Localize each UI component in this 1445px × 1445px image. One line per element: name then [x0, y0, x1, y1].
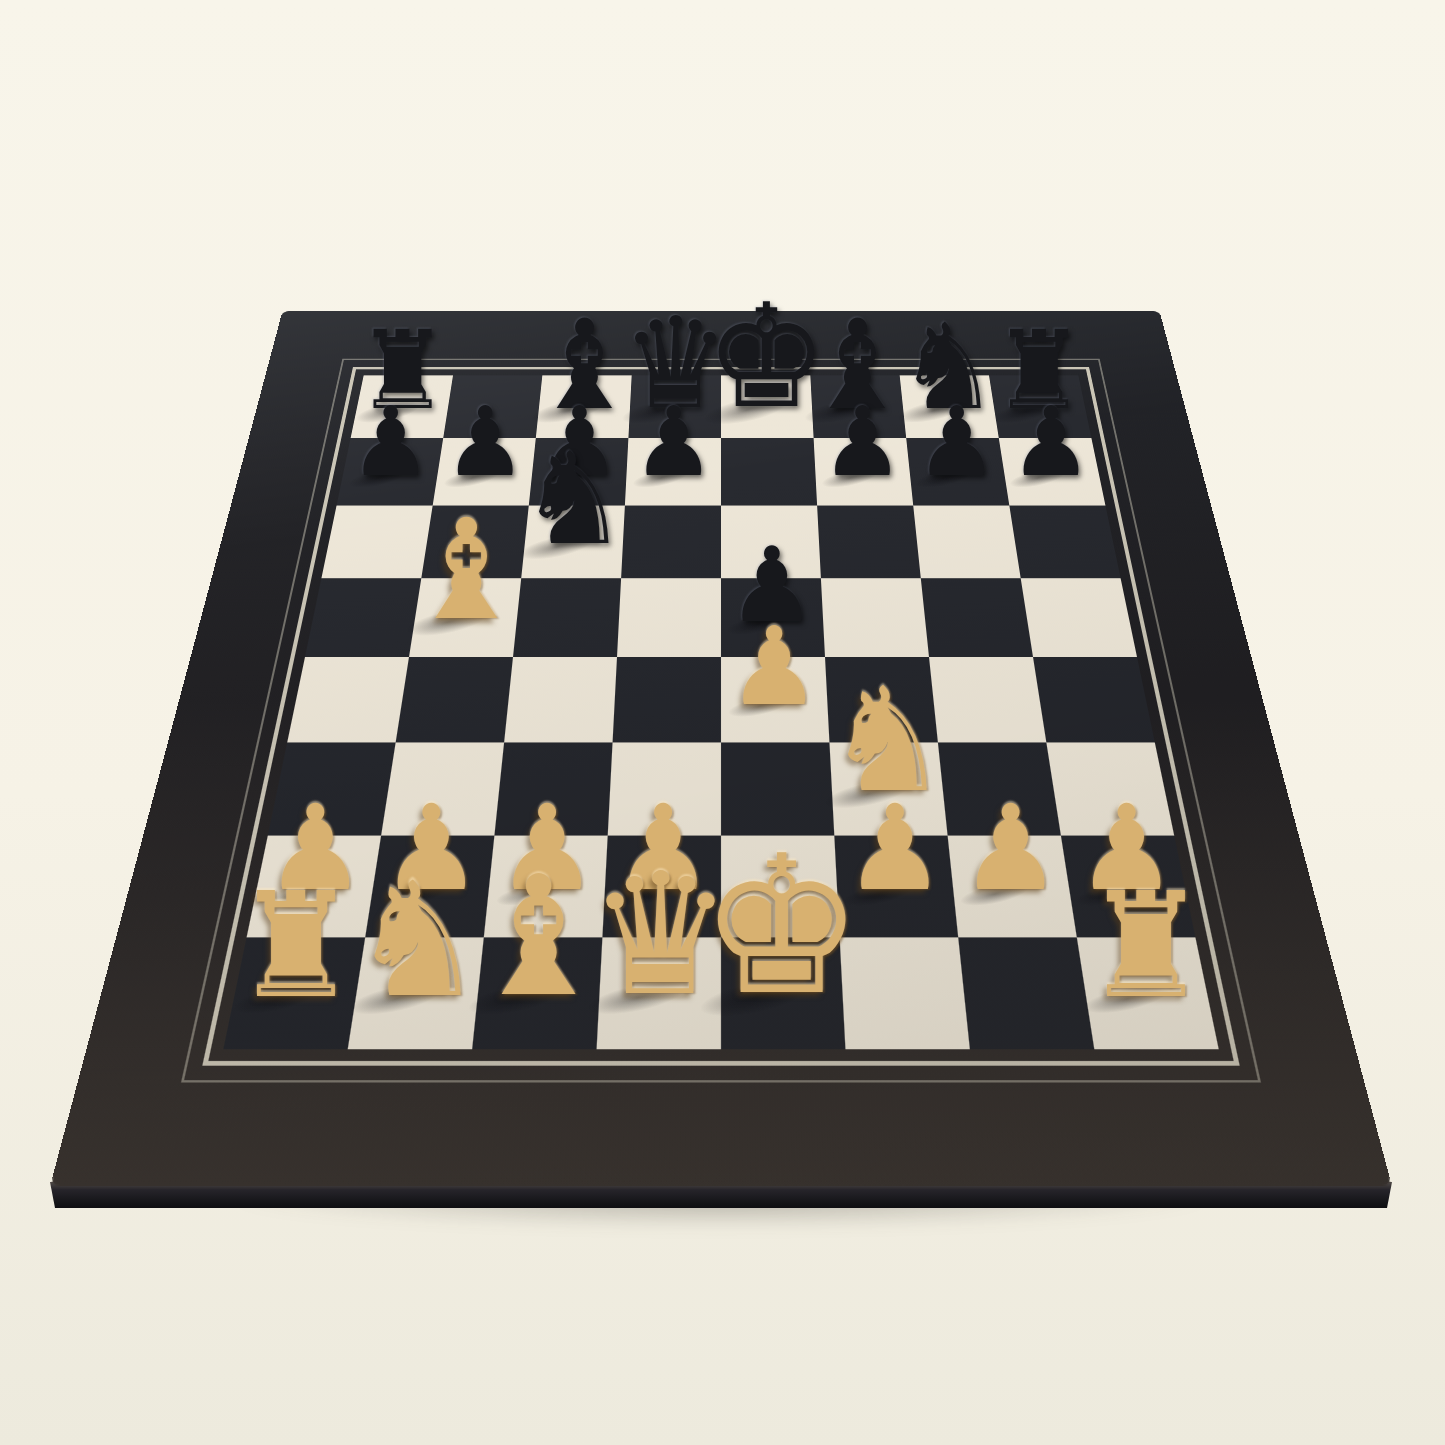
- square-e7: [721, 438, 817, 505]
- square-b7: [433, 438, 536, 505]
- square-a7: [337, 438, 444, 505]
- chessboard-product-photo: ♜♝♛♚♝♞♜♟♟♟♟♟♟♟♞♝♟♟♞♟♟♟♟♟♟♟♜♞♝♛♚♜: [0, 0, 1445, 1445]
- square-d2: [602, 836, 721, 938]
- square-b5: [409, 578, 521, 657]
- square-f4: [825, 657, 938, 742]
- square-a6: [321, 506, 432, 579]
- square-f7: [814, 438, 914, 505]
- square-b8: [443, 375, 542, 438]
- square-e4: [721, 657, 829, 742]
- square-f6: [817, 506, 921, 579]
- square-b2: [365, 836, 494, 938]
- square-a3: [268, 742, 396, 835]
- square-e2: [721, 836, 840, 938]
- square-b4: [396, 657, 513, 742]
- square-h7: [999, 438, 1106, 505]
- square-a2: [247, 836, 382, 938]
- square-f5: [821, 578, 929, 657]
- square-a8: [351, 375, 453, 438]
- square-h3: [1046, 742, 1174, 835]
- square-c3: [494, 742, 612, 835]
- square-c4: [504, 657, 617, 742]
- square-d5: [617, 578, 721, 657]
- square-h8: [989, 375, 1091, 438]
- square-g6: [913, 506, 1020, 579]
- playing-area: [223, 375, 1218, 1049]
- square-c2: [484, 836, 608, 938]
- square-d7: [625, 438, 721, 505]
- square-h2: [1061, 836, 1196, 938]
- square-e6: [721, 506, 821, 579]
- square-a1: [223, 937, 365, 1049]
- square-f2: [834, 836, 958, 938]
- square-g2: [948, 836, 1077, 938]
- square-d6: [621, 506, 721, 579]
- square-f8: [810, 375, 906, 438]
- square-g5: [921, 578, 1033, 657]
- square-g7: [906, 438, 1009, 505]
- square-e5: [721, 578, 825, 657]
- square-e1: [721, 937, 845, 1049]
- square-e3: [721, 742, 834, 835]
- board-side-edge: [48, 1182, 1394, 1208]
- square-c5: [513, 578, 621, 657]
- square-b1: [348, 937, 484, 1049]
- square-c1: [472, 937, 602, 1049]
- square-h5: [1021, 578, 1137, 657]
- square-c8: [536, 375, 632, 438]
- chess-board: [50, 311, 1392, 1185]
- square-h6: [1009, 506, 1120, 579]
- square-b6: [421, 506, 528, 579]
- square-g3: [938, 742, 1061, 835]
- square-g1: [958, 937, 1094, 1049]
- square-d4: [613, 657, 721, 742]
- square-d1: [597, 937, 721, 1049]
- square-a4: [287, 657, 409, 742]
- square-e8: [721, 375, 814, 438]
- square-b3: [381, 742, 504, 835]
- square-c7: [529, 438, 629, 505]
- square-h1: [1077, 937, 1219, 1049]
- square-h4: [1033, 657, 1155, 742]
- square-a5: [305, 578, 421, 657]
- square-g4: [929, 657, 1046, 742]
- square-f1: [840, 937, 970, 1049]
- square-d3: [608, 742, 721, 835]
- square-c6: [521, 506, 625, 579]
- square-d8: [628, 375, 721, 438]
- square-f3: [829, 742, 947, 835]
- square-g8: [900, 375, 999, 438]
